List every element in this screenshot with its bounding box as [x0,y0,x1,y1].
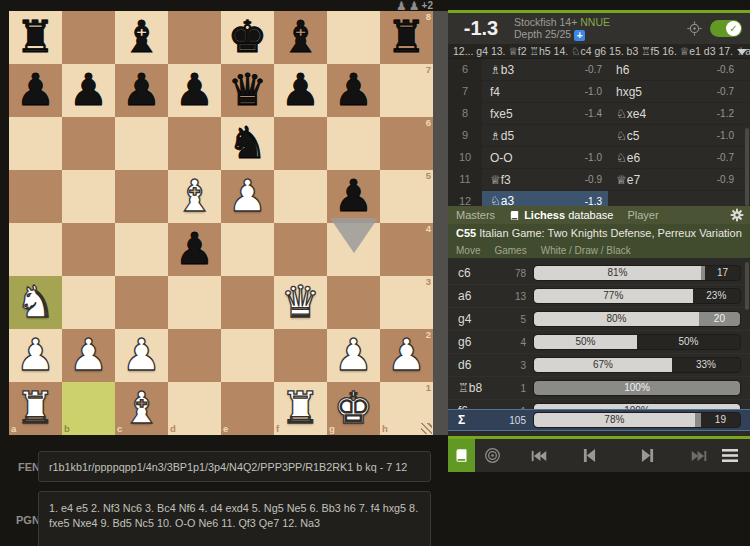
bar-segment-black: 33% [672,358,740,372]
bar-segment-white: 80% [534,312,699,326]
result-bar: 81%17 [534,266,740,280]
black-move[interactable]: ♘c5 [608,129,694,143]
square-e3[interactable] [221,276,274,329]
white-eval: -1.4 [570,108,608,119]
square-e2[interactable] [221,329,274,382]
black-bishop-c8[interactable]: ♝ [115,11,168,64]
explorer-move[interactable]: c6 [448,266,496,280]
explorer-move[interactable]: g6 [448,335,496,349]
square-a6[interactable] [9,117,62,170]
explorer-row-c6[interactable]: c67881%17 [448,262,750,285]
black-move[interactable]: ♘xe4 [608,107,694,121]
pgn-label: PGN [16,514,40,526]
bar-segment-black: 19 [701,413,740,427]
move-row-10: 10O-O-1.0♘e6-0.7 [448,147,750,169]
square-b7[interactable]: ♟ [62,64,115,117]
chess-board[interactable]: ♜♝♚♝♜8♟♟♟♟♛♟♟7♞6♝♟♟5♟4♞♛3♟♟♟♟♟2♜ab♝cde♜f… [9,11,433,435]
square-c6[interactable] [115,117,168,170]
explorer-row-d6[interactable]: d6367%33% [448,354,750,377]
square-f7[interactable]: ♟ [274,64,327,117]
white-rook-f1[interactable]: ♜ [274,382,327,435]
square-e4[interactable] [221,223,274,276]
opening-explorer-button[interactable] [448,439,475,472]
black-pawn-b7[interactable]: ♟ [62,64,115,117]
black-move[interactable]: ♕e7 [608,173,694,187]
explorer-column-headers: Move Games White / Draw / Black [448,243,750,258]
coord-rank-5: 5 [426,171,431,181]
bar-segment-white: 77% [534,289,693,303]
white-queen-f3[interactable]: ♛ [274,276,327,329]
black-eval: -1.2 [694,108,740,119]
white-pawn-g2[interactable]: ♟ [327,329,380,382]
white-move[interactable]: O-O [482,151,570,165]
engine-header: -1.3 Stockfish 14+ NNUE Depth 25/25 + ✓ [448,13,750,44]
go-to-end-button[interactable] [684,439,714,472]
move-number: 10 [448,147,482,168]
depth-plus-badge[interactable]: + [574,30,585,41]
explorer-games-count: 13 [496,291,534,302]
square-b8[interactable] [62,11,115,64]
square-b4[interactable] [62,223,115,276]
square-c4[interactable] [115,223,168,276]
explorer-scrollbar[interactable] [745,262,749,310]
explorer-move[interactable]: g4 [448,312,496,326]
movelist-scrollbar[interactable] [745,128,749,206]
black-pawn-g5[interactable]: ♟ [327,170,380,223]
move-row-11: 11♕f3-0.9♕e7-0.9 [448,169,750,191]
square-h1[interactable]: h1 [380,382,433,435]
square-h2[interactable]: ♟2 [380,329,433,382]
square-c8[interactable]: ♝ [115,11,168,64]
square-a2[interactable]: ♟ [9,329,62,382]
white-pawn-b2[interactable]: ♟ [62,329,115,382]
coord-rank-7: 7 [426,65,431,75]
black-eval: -0.7 [694,86,740,97]
engine-meta: Stockfish 14+ NNUE Depth 25/25 + [514,16,610,41]
tab-lichess-bold: Lichess [524,209,565,221]
white-move[interactable]: ♕f3 [482,173,570,187]
bar-segment-white: 50% [534,335,637,349]
tab-lichess-rest: database [568,209,613,221]
square-e1[interactable]: e [221,382,274,435]
opening-title: Italian Game: Two Knights Defense, Perre… [476,227,742,239]
tab-lichess-database[interactable]: Lichess database [509,209,613,221]
black-pawn-f7[interactable]: ♟ [274,64,327,117]
bar-segment-draw: 100% [534,381,740,395]
col-white-draw-black: White / Draw / Black [541,245,631,256]
square-c2[interactable]: ♟ [115,329,168,382]
move-row-12: 12♘a3-1.3 [448,191,750,206]
white-move[interactable]: ♗b3 [482,63,570,77]
black-queen-e7[interactable]: ♛ [221,64,274,117]
square-g5[interactable]: ♟ [327,170,380,223]
square-c1[interactable]: ♝c [115,382,168,435]
square-e8[interactable]: ♚ [221,11,274,64]
black-eval: -0.7 [694,152,740,163]
square-g7[interactable]: ♟ [327,64,380,117]
square-e7[interactable]: ♛ [221,64,274,117]
square-f5[interactable] [274,170,327,223]
practice-target-button[interactable] [479,439,505,472]
black-pawn-d4[interactable]: ♟ [168,223,221,276]
black-pawn-d7[interactable]: ♟ [168,64,221,117]
toggle-check-icon: ✓ [726,21,741,36]
square-g8[interactable] [327,11,380,64]
material-advantage-value: +2 [422,0,433,11]
square-a4[interactable] [9,223,62,276]
material-advantage: ♟♟ +2 [9,0,433,11]
square-a5[interactable] [9,170,62,223]
result-bar: 77%23% [534,289,740,303]
captured-pawn-icon: ♟ [409,1,420,11]
square-h7[interactable]: 7 [380,64,433,117]
square-d5[interactable]: ♝ [168,170,221,223]
engine-eval: -1.3 [448,17,514,40]
coord-rank-8: 8 [426,12,431,22]
explorer-move[interactable]: d6 [448,358,496,372]
move-row-7: 7f4-1.0hxg5-0.7 [448,81,750,103]
square-d8[interactable] [168,11,221,64]
square-b6[interactable] [62,117,115,170]
bar-segment-black: 17 [705,266,740,280]
coord-file-d: d [170,424,176,434]
square-g1[interactable]: ♚g [327,382,380,435]
go-to-start-button[interactable] [524,439,554,472]
move-number: 12 [448,191,482,206]
square-d6[interactable] [168,117,221,170]
square-h4[interactable]: 4 [380,223,433,276]
square-h5[interactable]: 5 [380,170,433,223]
square-e6[interactable]: ♞ [221,117,274,170]
square-f6[interactable] [274,117,327,170]
white-bishop-c1[interactable]: ♝ [115,382,168,435]
square-f1[interactable]: ♜f [274,382,327,435]
square-b1[interactable]: b [62,382,115,435]
explorer-row-a6[interactable]: a61377%23% [448,285,750,308]
bottom-toolbar [448,439,750,472]
engine-nnue-label: NNUE [580,16,610,28]
square-g3[interactable] [327,276,380,329]
tab-masters[interactable]: Masters [456,209,495,221]
engine-toggle[interactable]: ✓ [710,20,742,37]
square-h8[interactable]: ♜8 [380,11,433,64]
explorer-settings-gear-icon[interactable] [730,208,744,224]
explorer-total-row: Σ10578%19 [448,409,750,431]
opening-eco-code: C55 [456,227,476,239]
black-pawn-g7[interactable]: ♟ [327,64,380,117]
coord-file-a: a [11,424,16,434]
square-d2[interactable] [168,329,221,382]
threat-target-icon[interactable] [687,21,702,36]
bar-segment-black: 50% [637,335,740,349]
square-b3[interactable] [62,276,115,329]
explorer-move[interactable]: ♖b8 [448,381,496,395]
black-eval: -1.0 [694,130,740,141]
black-move[interactable]: h6 [608,63,694,77]
move-number: 8 [448,103,482,124]
white-bishop-d5[interactable]: ♝ [168,170,221,223]
result-bar: 67%33% [534,358,740,372]
square-g2[interactable]: ♟ [327,329,380,382]
fen-input[interactable] [38,451,431,482]
square-f3[interactable]: ♛ [274,276,327,329]
square-a7[interactable]: ♟ [9,64,62,117]
black-rook-a8[interactable]: ♜ [9,11,62,64]
panel-resize-gutter[interactable] [433,11,448,435]
square-g4[interactable] [327,223,380,276]
square-c5[interactable] [115,170,168,223]
result-bar: 80%20 [534,312,740,326]
square-d3[interactable] [168,276,221,329]
total-games-count: 105 [496,415,534,426]
explorer-row-♖b8[interactable]: ♖b81100% [448,377,750,400]
coord-file-b: b [64,424,70,434]
square-d1[interactable]: d [168,382,221,435]
black-bishop-f8[interactable]: ♝ [274,11,327,64]
white-eval: -1.3 [570,191,608,206]
white-move[interactable]: ♘a3 [482,191,570,206]
white-eval: -0.9 [570,174,608,185]
white-rook-a1[interactable]: ♜ [9,382,62,435]
result-bar: 50%50% [534,335,740,349]
coord-file-g: g [329,424,335,434]
move-row-9: 9♗d5♘c5-1.0 [448,125,750,147]
next-move-button[interactable] [634,439,660,472]
explorer-games-count: 5 [496,314,534,325]
square-h3[interactable]: 3 [380,276,433,329]
white-move[interactable]: f4 [482,85,570,99]
menu-hamburger-button[interactable] [716,439,744,472]
coord-file-c: c [117,424,122,434]
square-h6[interactable]: 6 [380,117,433,170]
move-number: 9 [448,125,482,146]
square-a8[interactable]: ♜ [9,11,62,64]
coord-file-e: e [223,424,228,434]
coord-file-h: h [382,424,388,434]
book-icon [509,210,520,221]
bar-segment-draw: 20 [699,312,740,326]
total-result-bar: 78%19 [534,413,740,427]
coord-file-f: f [276,424,279,434]
black-knight-e6[interactable]: ♞ [221,117,274,170]
analysis-panel: -1.3 Stockfish 14+ NNUE Depth 25/25 + ✓ … [448,0,750,546]
white-pawn-a2[interactable]: ♟ [9,329,62,382]
explorer-tabs: Masters Lichess database Player [448,206,750,224]
white-knight-a3[interactable]: ♞ [9,276,62,329]
pv-moves: 12... g4 13. ♕f2 ♖h5 14. ♘c4 g6 15. b3 ♖… [453,45,750,57]
black-move[interactable]: ♘e6 [608,151,694,165]
col-games: Games [494,245,526,256]
square-e5[interactable]: ♟ [221,170,274,223]
square-g6[interactable] [327,117,380,170]
black-eval: -0.9 [694,174,740,185]
square-d4[interactable]: ♟ [168,223,221,276]
pgn-input[interactable]: 1. e4 e5 2. Nf3 Nc6 3. Bc4 Nf6 4. d4 exd… [38,491,431,546]
bar-segment-black: 23% [693,289,740,303]
black-pawn-c7[interactable]: ♟ [115,64,168,117]
square-a3[interactable]: ♞ [9,276,62,329]
white-move[interactable]: ♗d5 [482,129,570,143]
move-list[interactable]: 6♗b3-0.7h6-0.67f4-1.0hxg5-0.78fxe5-1.4♘x… [448,59,750,206]
square-f8[interactable]: ♝ [274,11,327,64]
black-king-e8[interactable]: ♚ [221,11,274,64]
explorer-row-g4[interactable]: g4580%20 [448,308,750,331]
explorer-games-count: 4 [496,337,534,348]
book-icon [454,448,469,463]
fen-label: FEN [18,461,40,473]
black-pawn-a7[interactable]: ♟ [9,64,62,117]
square-a1[interactable]: ♜a [9,382,62,435]
engine-name: Stockfish 14+ [514,16,577,28]
result-bar: 100% [534,381,740,395]
coord-rank-6: 6 [426,118,431,128]
explorer-games-count: 3 [496,360,534,371]
explorer-row-g6[interactable]: g6450%50% [448,331,750,354]
white-eval: -0.7 [570,64,608,75]
white-eval: -1.0 [570,152,608,163]
square-c7[interactable]: ♟ [115,64,168,117]
square-f4[interactable] [274,223,327,276]
pv-expand-caret-icon[interactable] [737,49,747,55]
square-d7[interactable]: ♟ [168,64,221,117]
board-resize-handle[interactable] [421,423,432,434]
white-pawn-e5[interactable]: ♟ [221,170,274,223]
square-c3[interactable] [115,276,168,329]
engine-depth: Depth 25/25 [514,28,571,40]
move-number: 7 [448,81,482,102]
coord-rank-2: 2 [426,330,431,340]
square-b5[interactable] [62,170,115,223]
coord-rank-3: 3 [426,277,431,287]
coord-rank-1: 1 [426,383,431,393]
move-number: 6 [448,59,482,80]
col-move: Move [456,245,480,256]
black-eval: -0.6 [694,64,740,75]
square-b2[interactable]: ♟ [62,329,115,382]
tab-player[interactable]: Player [627,209,658,221]
move-row-6: 6♗b3-0.7h6-0.6 [448,59,750,81]
move-row-8: 8fxe5-1.4♘xe4-1.2 [448,103,750,125]
coord-rank-4: 4 [426,224,431,234]
white-move[interactable]: fxe5 [482,107,570,121]
captured-pawn-icon: ♟ [396,1,407,11]
bar-segment-white: 78% [534,413,695,427]
explorer-games-count: 78 [496,268,534,279]
explorer-move-list[interactable]: c67881%17a61377%23%g4580%20g6450%50%d636… [448,258,750,436]
bar-segment-white: 67% [534,358,672,372]
engine-pv-line[interactable]: 12... g4 13. ♕f2 ♖h5 14. ♘c4 g6 15. b3 ♖… [448,44,750,59]
white-pawn-c2[interactable]: ♟ [115,329,168,382]
move-number: 11 [448,169,482,190]
square-f2[interactable] [274,329,327,382]
opening-name: C55 Italian Game: Two Knights Defense, P… [448,224,750,243]
black-move[interactable]: hxg5 [608,85,694,99]
previous-move-button[interactable] [576,439,602,472]
total-sigma: Σ [448,413,496,427]
explorer-move[interactable]: a6 [448,289,496,303]
white-eval: -1.0 [570,86,608,97]
explorer-games-count: 1 [496,383,534,394]
bar-segment-white: 81% [534,266,701,280]
